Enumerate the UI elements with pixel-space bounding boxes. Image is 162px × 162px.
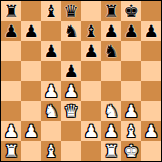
piece-black-pawn[interactable]: ♟	[23, 21, 38, 41]
square-d7[interactable]: ♞	[61, 21, 81, 41]
square-a1[interactable]: ♜	[1, 141, 21, 161]
square-g8[interactable]: ♚	[121, 1, 141, 21]
piece-white-pawn[interactable]: ♟	[43, 81, 58, 101]
piece-black-knight[interactable]: ♞	[63, 21, 78, 41]
square-h5[interactable]	[141, 61, 161, 81]
square-d5[interactable]: ♟	[61, 61, 81, 81]
square-f6[interactable]: ♞	[101, 41, 121, 61]
square-c1[interactable]: ♝	[41, 141, 61, 161]
piece-black-rook[interactable]: ♜	[3, 1, 18, 21]
square-h3[interactable]	[141, 101, 161, 121]
piece-black-pawn[interactable]: ♟	[103, 21, 118, 41]
square-h2[interactable]: ♟	[141, 121, 161, 141]
square-b6[interactable]	[21, 41, 41, 61]
piece-white-pawn[interactable]: ♟	[143, 121, 158, 141]
square-h8[interactable]	[141, 1, 161, 21]
square-e6[interactable]: ♟	[81, 41, 101, 61]
piece-white-knight[interactable]: ♞	[103, 101, 118, 121]
square-f8[interactable]: ♜	[101, 1, 121, 21]
square-e7[interactable]: ♝	[81, 21, 101, 41]
square-d3[interactable]: ♛	[61, 101, 81, 121]
square-e2[interactable]: ♟	[81, 121, 101, 141]
square-c7[interactable]	[41, 21, 61, 41]
square-b8[interactable]	[21, 1, 41, 21]
square-f1[interactable]: ♜	[101, 141, 121, 161]
piece-black-knight[interactable]: ♞	[103, 41, 118, 61]
piece-white-rook[interactable]: ♜	[3, 141, 18, 161]
piece-black-queen[interactable]: ♛	[63, 1, 78, 21]
square-g6[interactable]	[121, 41, 141, 61]
square-g4[interactable]	[121, 81, 141, 101]
piece-white-pawn[interactable]: ♟	[83, 121, 98, 141]
square-g3[interactable]: ♟	[121, 101, 141, 121]
square-c5[interactable]	[41, 61, 61, 81]
piece-black-pawn[interactable]: ♟	[3, 21, 18, 41]
square-a7[interactable]: ♟	[1, 21, 21, 41]
square-d8[interactable]: ♛	[61, 1, 81, 21]
piece-black-pawn[interactable]: ♟	[123, 21, 138, 41]
square-d4[interactable]: ♟	[61, 81, 81, 101]
piece-black-pawn[interactable]: ♟	[143, 21, 158, 41]
square-g7[interactable]: ♟	[121, 21, 141, 41]
square-a6[interactable]	[1, 41, 21, 61]
square-c2[interactable]	[41, 121, 61, 141]
piece-white-pawn[interactable]: ♟	[23, 121, 38, 141]
square-b5[interactable]	[21, 61, 41, 81]
square-b3[interactable]	[21, 101, 41, 121]
piece-black-bishop[interactable]: ♝	[43, 1, 58, 21]
square-f2[interactable]: ♟	[101, 121, 121, 141]
square-e4[interactable]	[81, 81, 101, 101]
square-f5[interactable]	[101, 61, 121, 81]
square-g5[interactable]	[121, 61, 141, 81]
piece-black-pawn[interactable]: ♟	[63, 61, 78, 81]
square-c8[interactable]: ♝	[41, 1, 61, 21]
square-g2[interactable]: ♝	[121, 121, 141, 141]
square-a2[interactable]: ♟	[1, 121, 21, 141]
square-f3[interactable]: ♞	[101, 101, 121, 121]
piece-black-pawn[interactable]: ♟	[43, 41, 58, 61]
square-b2[interactable]: ♟	[21, 121, 41, 141]
square-d1[interactable]	[61, 141, 81, 161]
piece-black-pawn[interactable]: ♟	[83, 41, 98, 61]
square-e5[interactable]	[81, 61, 101, 81]
piece-white-bishop[interactable]: ♝	[123, 121, 138, 141]
piece-white-queen[interactable]: ♛	[63, 101, 78, 121]
square-a5[interactable]	[1, 61, 21, 81]
square-h6[interactable]	[141, 41, 161, 61]
square-f7[interactable]: ♟	[101, 21, 121, 41]
square-c4[interactable]: ♟	[41, 81, 61, 101]
piece-black-king[interactable]: ♚	[123, 1, 138, 21]
square-c3[interactable]: ♞	[41, 101, 61, 121]
square-e1[interactable]	[81, 141, 101, 161]
square-a4[interactable]	[1, 81, 21, 101]
square-e3[interactable]	[81, 101, 101, 121]
piece-white-knight[interactable]: ♞	[43, 101, 58, 121]
piece-black-bishop[interactable]: ♝	[83, 21, 98, 41]
square-c6[interactable]: ♟	[41, 41, 61, 61]
square-a8[interactable]: ♜	[1, 1, 21, 21]
piece-white-rook[interactable]: ♜	[103, 141, 118, 161]
square-h7[interactable]: ♟	[141, 21, 161, 41]
piece-white-pawn[interactable]: ♟	[3, 121, 18, 141]
square-g1[interactable]: ♚	[121, 141, 141, 161]
square-h1[interactable]	[141, 141, 161, 161]
chess-board: ♜♝♛♜♚♟♟♞♝♟♟♟♟♟♞♟♟♟♞♛♞♟♟♟♟♟♝♟♜♝♜♚	[0, 0, 162, 162]
square-b1[interactable]	[21, 141, 41, 161]
square-f4[interactable]	[101, 81, 121, 101]
piece-white-pawn[interactable]: ♟	[123, 101, 138, 121]
piece-white-pawn[interactable]: ♟	[63, 81, 78, 101]
piece-white-bishop[interactable]: ♝	[43, 141, 58, 161]
square-b4[interactable]	[21, 81, 41, 101]
piece-white-king[interactable]: ♚	[123, 141, 138, 161]
square-e8[interactable]	[81, 1, 101, 21]
square-d2[interactable]	[61, 121, 81, 141]
square-a3[interactable]	[1, 101, 21, 121]
piece-black-rook[interactable]: ♜	[103, 1, 118, 21]
square-h4[interactable]	[141, 81, 161, 101]
square-d6[interactable]	[61, 41, 81, 61]
piece-white-pawn[interactable]: ♟	[103, 121, 118, 141]
square-b7[interactable]: ♟	[21, 21, 41, 41]
